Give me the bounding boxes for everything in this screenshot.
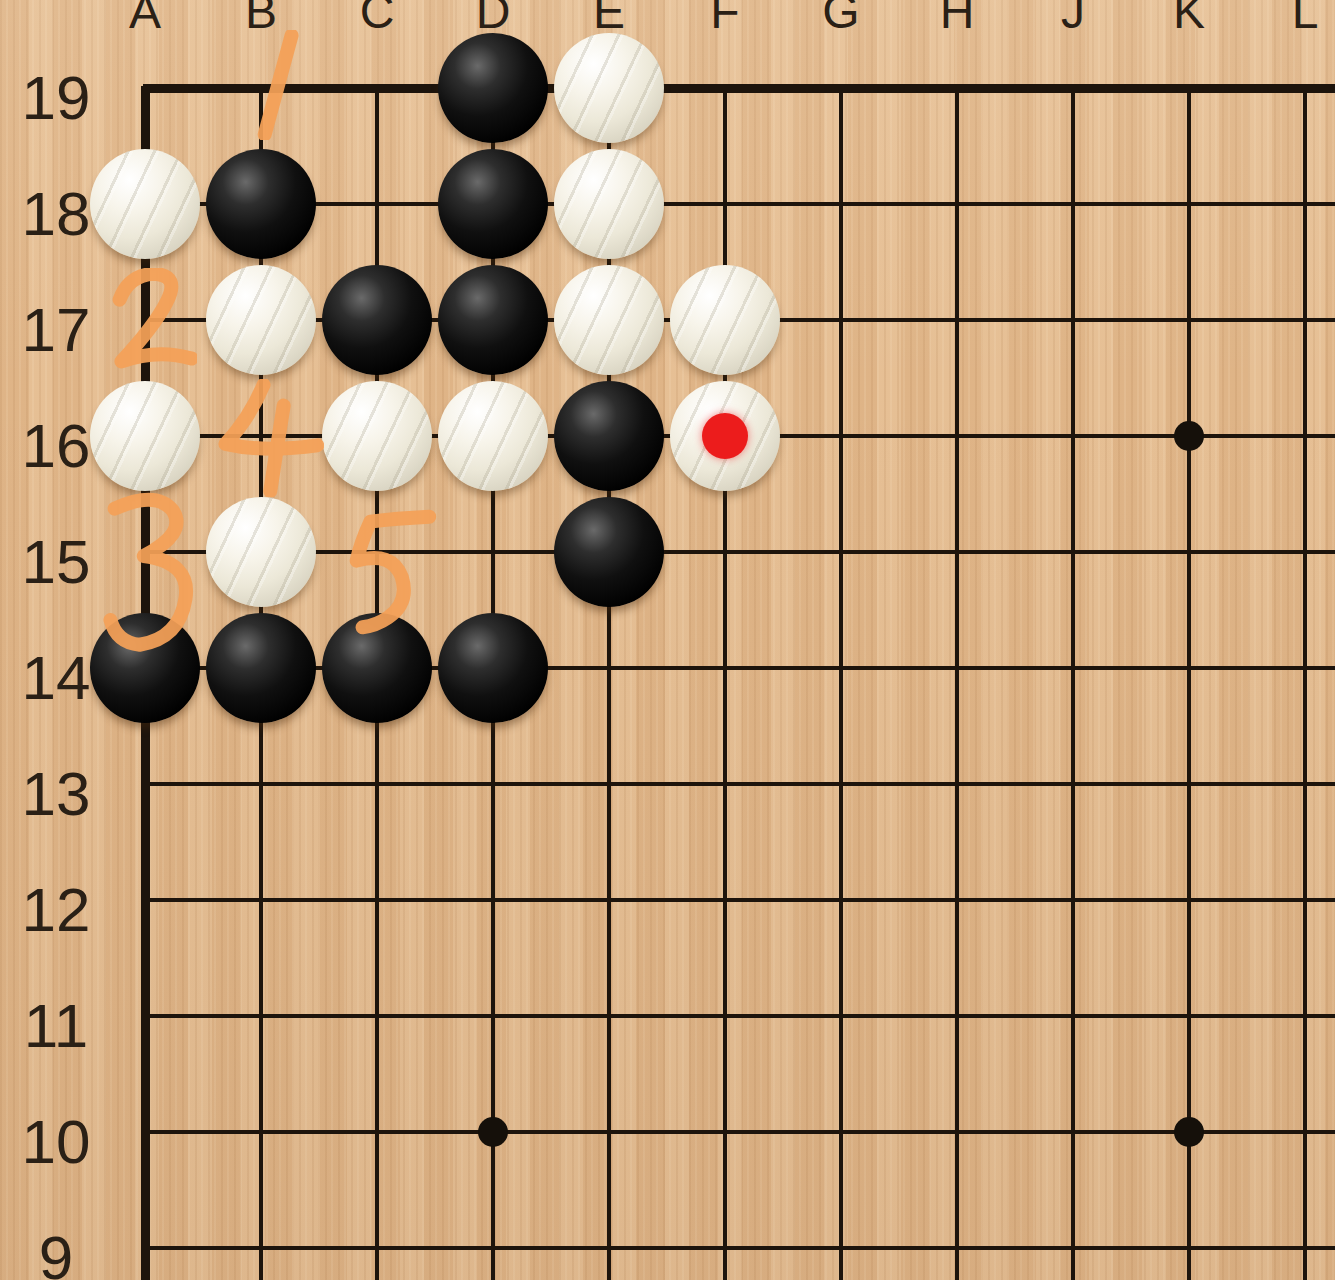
column-label-B: B (231, 0, 291, 36)
board-cell-L11[interactable] (1247, 958, 1335, 1074)
black-stone-D14 (438, 613, 548, 723)
board-cell-E10[interactable] (551, 1074, 667, 1190)
board-cell-B15[interactable] (203, 494, 319, 610)
board-cell-G17[interactable] (783, 262, 899, 378)
white-stone-A16 (90, 381, 200, 491)
board-cell-K16[interactable] (1131, 378, 1247, 494)
board-cell-D15[interactable] (435, 494, 551, 610)
board-cell-J12[interactable] (1015, 842, 1131, 958)
column-label-H: H (927, 0, 987, 36)
board-cell-D18[interactable] (435, 146, 551, 262)
board-cell-H10[interactable] (899, 1074, 1015, 1190)
board-cell-G14[interactable] (783, 610, 899, 726)
row-label-16: 16 (10, 415, 102, 477)
board-cell-A19[interactable] (87, 30, 203, 146)
board-cell-J11[interactable] (1015, 958, 1131, 1074)
board-cell-A17[interactable] (87, 262, 203, 378)
board-cell-C18[interactable] (319, 146, 435, 262)
board-cell-D16[interactable] (435, 378, 551, 494)
board-cell-A15[interactable] (87, 494, 203, 610)
board-cell-E11[interactable] (551, 958, 667, 1074)
board-cell-D9[interactable] (435, 1190, 551, 1280)
board-cell-K17[interactable] (1131, 262, 1247, 378)
black-stone-B14 (206, 613, 316, 723)
black-stone-C14 (322, 613, 432, 723)
board-cell-B17[interactable] (203, 262, 319, 378)
board-cell-K14[interactable] (1131, 610, 1247, 726)
board-cell-H15[interactable] (899, 494, 1015, 610)
board-cell-C11[interactable] (319, 958, 435, 1074)
board-cell-B19[interactable] (203, 30, 319, 146)
black-stone-D17 (438, 265, 548, 375)
board-cell-K18[interactable] (1131, 146, 1247, 262)
board-cell-L19[interactable] (1247, 30, 1335, 146)
board-cell-H9[interactable] (899, 1190, 1015, 1280)
board-cell-A16[interactable] (87, 378, 203, 494)
board-cell-L15[interactable] (1247, 494, 1335, 610)
board-cell-L16[interactable] (1247, 378, 1335, 494)
board-cell-D11[interactable] (435, 958, 551, 1074)
board-cell-L17[interactable] (1247, 262, 1335, 378)
board-cell-E9[interactable] (551, 1190, 667, 1280)
board-cell-A12[interactable] (87, 842, 203, 958)
board-cell-H11[interactable] (899, 958, 1015, 1074)
board-cell-D12[interactable] (435, 842, 551, 958)
board-cell-J19[interactable] (1015, 30, 1131, 146)
board-cell-F11[interactable] (667, 958, 783, 1074)
board-cell-F13[interactable] (667, 726, 783, 842)
board-cell-J17[interactable] (1015, 262, 1131, 378)
column-label-A: A (115, 0, 175, 36)
column-label-G: G (811, 0, 871, 36)
white-stone-E19 (554, 33, 664, 143)
board-cell-D19[interactable] (435, 30, 551, 146)
board-cell-H18[interactable] (899, 146, 1015, 262)
go-board-grid (87, 30, 1335, 1280)
board-cell-K15[interactable] (1131, 494, 1247, 610)
board-cell-H13[interactable] (899, 726, 1015, 842)
board-cell-B12[interactable] (203, 842, 319, 958)
board-cell-H12[interactable] (899, 842, 1015, 958)
board-cell-E18[interactable] (551, 146, 667, 262)
board-cell-A14[interactable] (87, 610, 203, 726)
board-cell-F10[interactable] (667, 1074, 783, 1190)
board-cell-J10[interactable] (1015, 1074, 1131, 1190)
board-cell-D14[interactable] (435, 610, 551, 726)
row-label-10: 10 (10, 1111, 102, 1173)
column-label-L: L (1275, 0, 1335, 36)
board-cell-J15[interactable] (1015, 494, 1131, 610)
white-stone-B15 (206, 497, 316, 607)
row-label-14: 14 (10, 647, 102, 709)
board-cell-G13[interactable] (783, 726, 899, 842)
go-board-screenshot: ABCDEFGHJKL 191817161514131211109 (0, 0, 1335, 1280)
board-cell-H19[interactable] (899, 30, 1015, 146)
board-cell-F15[interactable] (667, 494, 783, 610)
board-cell-C16[interactable] (319, 378, 435, 494)
board-cell-E15[interactable] (551, 494, 667, 610)
board-cell-G12[interactable] (783, 842, 899, 958)
board-cell-E17[interactable] (551, 262, 667, 378)
board-cell-A9[interactable] (87, 1190, 203, 1280)
board-cell-B13[interactable] (203, 726, 319, 842)
column-label-J: J (1043, 0, 1103, 36)
board-cell-C9[interactable] (319, 1190, 435, 1280)
red-dot-marker-F16 (702, 413, 748, 459)
star-point-D10 (478, 1117, 508, 1147)
board-cell-K19[interactable] (1131, 30, 1247, 146)
column-label-C: C (347, 0, 407, 36)
board-cell-E16[interactable] (551, 378, 667, 494)
board-cell-G16[interactable] (783, 378, 899, 494)
board-cell-B10[interactable] (203, 1074, 319, 1190)
board-cell-C15[interactable] (319, 494, 435, 610)
row-label-9: 9 (10, 1227, 102, 1280)
white-stone-F16 (670, 381, 780, 491)
row-label-11: 11 (10, 995, 102, 1057)
board-cell-E13[interactable] (551, 726, 667, 842)
black-stone-D19 (438, 33, 548, 143)
white-stone-A18 (90, 149, 200, 259)
column-label-F: F (695, 0, 755, 36)
board-cell-C14[interactable] (319, 610, 435, 726)
board-cell-K9[interactable] (1131, 1190, 1247, 1280)
white-stone-E17 (554, 265, 664, 375)
board-cell-E12[interactable] (551, 842, 667, 958)
board-cell-D13[interactable] (435, 726, 551, 842)
column-label-K: K (1159, 0, 1219, 36)
white-stone-B17 (206, 265, 316, 375)
board-cell-H14[interactable] (899, 610, 1015, 726)
board-cell-C13[interactable] (319, 726, 435, 842)
black-stone-C17 (322, 265, 432, 375)
board-cell-D10[interactable] (435, 1074, 551, 1190)
board-cell-K10[interactable] (1131, 1074, 1247, 1190)
star-point-K10 (1174, 1117, 1204, 1147)
row-label-17: 17 (10, 299, 102, 361)
board-cell-D17[interactable] (435, 262, 551, 378)
board-cell-E14[interactable] (551, 610, 667, 726)
column-label-D: D (463, 0, 523, 36)
white-stone-E18 (554, 149, 664, 259)
star-point-K16 (1174, 421, 1204, 451)
black-stone-D18 (438, 149, 548, 259)
column-label-E: E (579, 0, 639, 36)
black-stone-B18 (206, 149, 316, 259)
board-cell-G18[interactable] (783, 146, 899, 262)
black-stone-E15 (554, 497, 664, 607)
board-cell-C17[interactable] (319, 262, 435, 378)
board-cell-F9[interactable] (667, 1190, 783, 1280)
white-stone-D16 (438, 381, 548, 491)
board-cell-C12[interactable] (319, 842, 435, 958)
board-cell-L10[interactable] (1247, 1074, 1335, 1190)
board-cell-B14[interactable] (203, 610, 319, 726)
white-stone-F17 (670, 265, 780, 375)
row-label-19: 19 (10, 67, 102, 129)
row-label-12: 12 (10, 879, 102, 941)
board-cell-G19[interactable] (783, 30, 899, 146)
white-stone-C16 (322, 381, 432, 491)
board-cell-G9[interactable] (783, 1190, 899, 1280)
row-label-18: 18 (10, 183, 102, 245)
board-cell-L14[interactable] (1247, 610, 1335, 726)
board-cell-J13[interactable] (1015, 726, 1131, 842)
board-cell-B16[interactable] (203, 378, 319, 494)
board-cell-A10[interactable] (87, 1074, 203, 1190)
board-cell-F17[interactable] (667, 262, 783, 378)
board-cell-A11[interactable] (87, 958, 203, 1074)
board-cell-G15[interactable] (783, 494, 899, 610)
board-cell-L13[interactable] (1247, 726, 1335, 842)
board-cell-A18[interactable] (87, 146, 203, 262)
board-cell-C10[interactable] (319, 1074, 435, 1190)
board-cell-F12[interactable] (667, 842, 783, 958)
board-cell-L12[interactable] (1247, 842, 1335, 958)
row-label-15: 15 (10, 531, 102, 593)
board-cell-C19[interactable] (319, 30, 435, 146)
board-cell-J16[interactable] (1015, 378, 1131, 494)
board-cell-B11[interactable] (203, 958, 319, 1074)
board-cell-B18[interactable] (203, 146, 319, 262)
board-cell-A13[interactable] (87, 726, 203, 842)
board-cell-K11[interactable] (1131, 958, 1247, 1074)
board-cell-J14[interactable] (1015, 610, 1131, 726)
board-cell-H16[interactable] (899, 378, 1015, 494)
board-cell-E19[interactable] (551, 30, 667, 146)
black-stone-A14 (90, 613, 200, 723)
board-cell-K12[interactable] (1131, 842, 1247, 958)
row-label-13: 13 (10, 763, 102, 825)
board-cell-K13[interactable] (1131, 726, 1247, 842)
board-cell-J9[interactable] (1015, 1190, 1131, 1280)
board-cell-F18[interactable] (667, 146, 783, 262)
board-cell-J18[interactable] (1015, 146, 1131, 262)
board-cell-B9[interactable] (203, 1190, 319, 1280)
board-cell-H17[interactable] (899, 262, 1015, 378)
board-cell-G10[interactable] (783, 1074, 899, 1190)
board-cell-L9[interactable] (1247, 1190, 1335, 1280)
board-cell-L18[interactable] (1247, 146, 1335, 262)
board-cell-F19[interactable] (667, 30, 783, 146)
board-cell-F16[interactable] (667, 378, 783, 494)
black-stone-E16 (554, 381, 664, 491)
board-cell-F14[interactable] (667, 610, 783, 726)
board-cell-G11[interactable] (783, 958, 899, 1074)
